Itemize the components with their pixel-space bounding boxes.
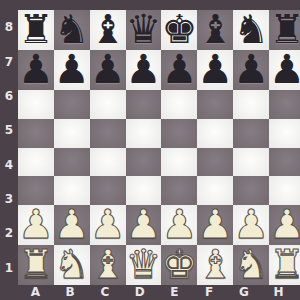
rank-label-7: 7 [0,44,18,78]
square-h6[interactable] [269,90,300,119]
black-pawn[interactable]: ♟ [197,49,233,89]
black-rook[interactable]: ♜ [18,9,54,49]
square-e6[interactable] [161,90,197,119]
square-b4[interactable] [54,148,90,177]
white-knight[interactable]: ♞ [233,244,269,284]
square-g4[interactable] [233,148,269,177]
file-labels: ABCDEFGH [18,285,296,300]
black-bishop[interactable]: ♝ [197,9,233,49]
square-c8[interactable]: ♝ [90,10,126,50]
square-e7[interactable]: ♟ [161,50,197,90]
square-g7[interactable]: ♟ [233,50,269,90]
black-pawn[interactable]: ♟ [161,49,197,89]
square-f6[interactable] [197,90,233,119]
square-a7[interactable]: ♟ [18,50,54,90]
white-knight[interactable]: ♞ [54,244,90,284]
file-label-g: G [227,285,262,300]
rank-label-5: 5 [0,113,18,147]
white-pawn[interactable]: ♟ [54,204,90,244]
square-b8[interactable]: ♞ [54,10,90,50]
square-c2[interactable]: ♟ [90,205,126,245]
square-f2[interactable]: ♟ [197,205,233,245]
white-pawn[interactable]: ♟ [161,204,197,244]
file-label-f: F [192,285,227,300]
square-h7[interactable]: ♟ [269,50,300,90]
square-g5[interactable] [233,119,269,148]
square-a4[interactable] [18,148,54,177]
square-e1[interactable]: ♚ [161,245,197,285]
file-label-d: D [122,285,157,300]
white-pawn[interactable]: ♟ [233,204,269,244]
black-pawn[interactable]: ♟ [54,49,90,89]
square-f5[interactable] [197,119,233,148]
square-e8[interactable]: ♚ [161,10,197,50]
rank-labels: 87654321 [0,10,18,285]
square-d6[interactable] [126,90,162,119]
square-f1[interactable]: ♝ [197,245,233,285]
square-e2[interactable]: ♟ [161,205,197,245]
rank-label-8: 8 [0,10,18,44]
white-pawn[interactable]: ♟ [126,204,162,244]
white-rook[interactable]: ♜ [18,244,54,284]
square-b1[interactable]: ♞ [54,245,90,285]
black-pawn[interactable]: ♟ [269,49,300,89]
black-king[interactable]: ♚ [161,9,197,49]
black-pawn[interactable]: ♟ [233,49,269,89]
square-d5[interactable] [126,119,162,148]
square-d1[interactable]: ♛ [126,245,162,285]
white-pawn[interactable]: ♟ [90,204,126,244]
square-g8[interactable]: ♞ [233,10,269,50]
file-label-h: H [261,285,296,300]
rank-label-4: 4 [0,148,18,182]
square-h4[interactable] [269,148,300,177]
square-a1[interactable]: ♜ [18,245,54,285]
rank-label-3: 3 [0,182,18,216]
square-c5[interactable] [90,119,126,148]
white-pawn[interactable]: ♟ [269,204,300,244]
square-b7[interactable]: ♟ [54,50,90,90]
square-g1[interactable]: ♞ [233,245,269,285]
chess-board[interactable]: ♜♞♝♛♚♝♞♜♟♟♟♟♟♟♟♟♟♟♟♟♟♟♟♟♜♞♝♛♚♝♞♜ [18,10,296,285]
rank-label-6: 6 [0,79,18,113]
square-b6[interactable] [54,90,90,119]
white-queen[interactable]: ♛ [126,244,162,284]
black-bishop[interactable]: ♝ [90,9,126,49]
square-d8[interactable]: ♛ [126,10,162,50]
white-bishop[interactable]: ♝ [197,244,233,284]
square-d7[interactable]: ♟ [126,50,162,90]
square-e4[interactable] [161,148,197,177]
black-pawn[interactable]: ♟ [126,49,162,89]
square-g6[interactable] [233,90,269,119]
rank-label-1: 1 [0,251,18,285]
square-d2[interactable]: ♟ [126,205,162,245]
square-h5[interactable] [269,119,300,148]
black-pawn[interactable]: ♟ [90,49,126,89]
white-rook[interactable]: ♜ [269,244,300,284]
file-label-e: E [157,285,192,300]
square-a2[interactable]: ♟ [18,205,54,245]
square-e5[interactable] [161,119,197,148]
white-king[interactable]: ♚ [161,244,197,284]
square-b2[interactable]: ♟ [54,205,90,245]
file-label-c: C [88,285,123,300]
square-h1[interactable]: ♜ [269,245,300,285]
black-queen[interactable]: ♛ [126,9,162,49]
black-knight[interactable]: ♞ [233,9,269,49]
square-c6[interactable] [90,90,126,119]
black-knight[interactable]: ♞ [54,9,90,49]
white-pawn[interactable]: ♟ [18,204,54,244]
rank-label-2: 2 [0,216,18,250]
square-f8[interactable]: ♝ [197,10,233,50]
square-h8[interactable]: ♜ [269,10,300,50]
square-a5[interactable] [18,119,54,148]
chess-app: 87654321 ♜♞♝♛♚♝♞♜♟♟♟♟♟♟♟♟♟♟♟♟♟♟♟♟♜♞♝♛♚♝♞… [0,0,300,300]
file-label-b: B [53,285,88,300]
square-c7[interactable]: ♟ [90,50,126,90]
square-d4[interactable] [126,148,162,177]
square-f4[interactable] [197,148,233,177]
square-a8[interactable]: ♜ [18,10,54,50]
square-c4[interactable] [90,148,126,177]
square-f7[interactable]: ♟ [197,50,233,90]
white-bishop[interactable]: ♝ [90,244,126,284]
square-a6[interactable] [18,90,54,119]
white-pawn[interactable]: ♟ [197,204,233,244]
square-c1[interactable]: ♝ [90,245,126,285]
square-b5[interactable] [54,119,90,148]
square-h2[interactable]: ♟ [269,205,300,245]
black-pawn[interactable]: ♟ [18,49,54,89]
file-label-a: A [18,285,53,300]
square-g2[interactable]: ♟ [233,205,269,245]
black-rook[interactable]: ♜ [269,9,300,49]
